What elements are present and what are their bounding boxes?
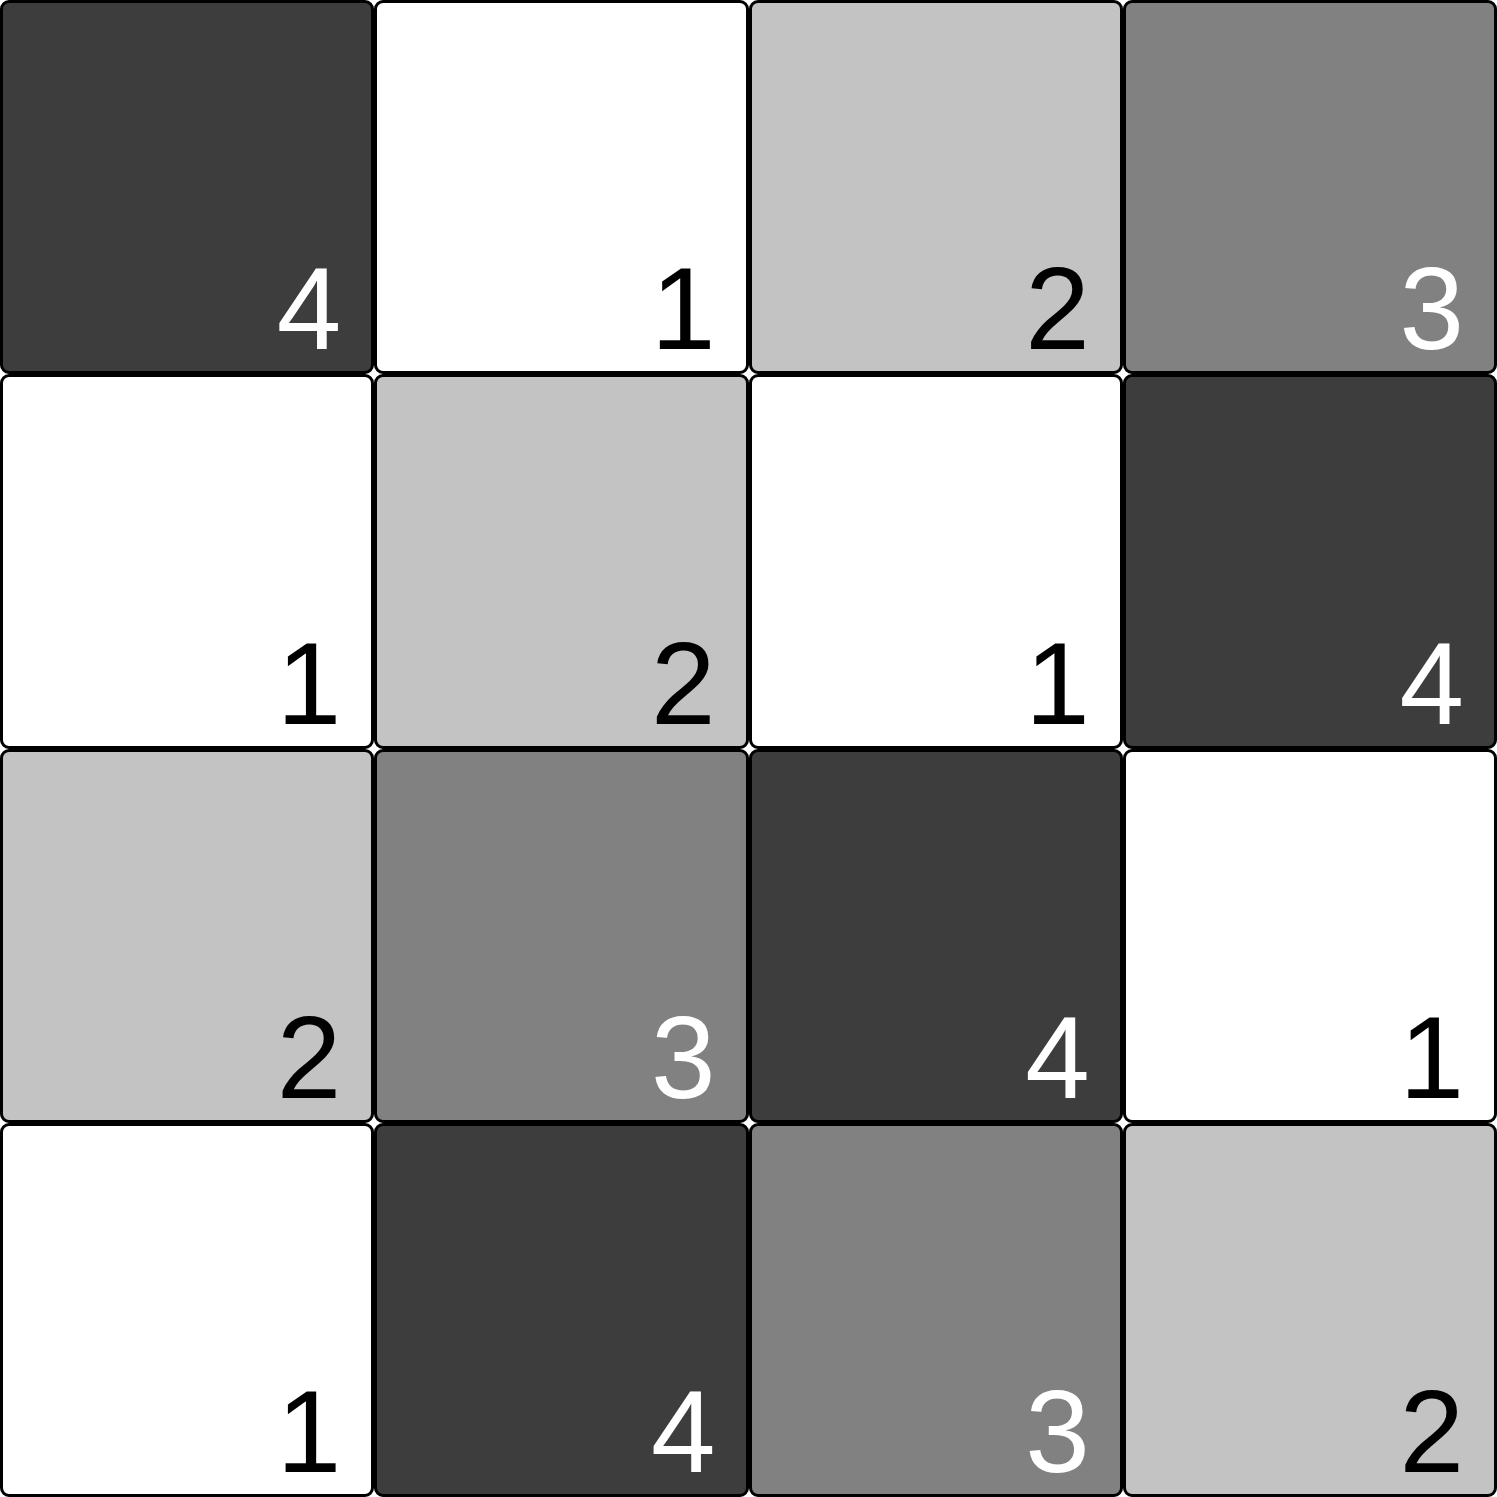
cell-r2c2[interactable]: 2: [374, 374, 748, 748]
cell-value: 2: [1399, 1374, 1464, 1490]
cell-value: 3: [1399, 251, 1464, 367]
cell-value: 3: [1025, 1374, 1090, 1490]
cell-value: 1: [277, 626, 342, 742]
cell-value: 2: [277, 1000, 342, 1116]
cell-r1c4[interactable]: 3: [1123, 0, 1497, 374]
puzzle-board: 4123121423411432: [0, 0, 1497, 1497]
cell-r2c1[interactable]: 1: [0, 374, 374, 748]
cell-value: 4: [651, 1374, 716, 1490]
cell-value: 4: [1399, 626, 1464, 742]
cell-value: 3: [651, 1000, 716, 1116]
cell-r3c4[interactable]: 1: [1123, 749, 1497, 1123]
cell-value: 2: [651, 626, 716, 742]
cell-value: 1: [651, 251, 716, 367]
cell-r1c1[interactable]: 4: [0, 0, 374, 374]
cell-value: 1: [277, 1374, 342, 1490]
cell-r3c1[interactable]: 2: [0, 749, 374, 1123]
cell-r4c1[interactable]: 1: [0, 1123, 374, 1497]
cell-r4c4[interactable]: 2: [1123, 1123, 1497, 1497]
cell-value: 4: [1025, 1000, 1090, 1116]
cell-r4c3[interactable]: 3: [749, 1123, 1123, 1497]
cell-value: 4: [277, 251, 342, 367]
cell-r3c2[interactable]: 3: [374, 749, 748, 1123]
cell-value: 1: [1399, 1000, 1464, 1116]
cell-r2c3[interactable]: 1: [749, 374, 1123, 748]
cell-r3c3[interactable]: 4: [749, 749, 1123, 1123]
cell-value: 2: [1025, 251, 1090, 367]
cell-r1c3[interactable]: 2: [749, 0, 1123, 374]
cell-r4c2[interactable]: 4: [374, 1123, 748, 1497]
cell-value: 1: [1025, 626, 1090, 742]
cell-r2c4[interactable]: 4: [1123, 374, 1497, 748]
cell-r1c2[interactable]: 1: [374, 0, 748, 374]
